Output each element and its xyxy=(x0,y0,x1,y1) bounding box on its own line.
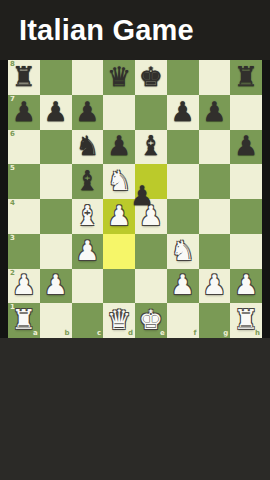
square-h1[interactable]: ♜h xyxy=(230,303,262,338)
black-pawn[interactable]: ♟ xyxy=(107,132,131,159)
square-b2[interactable]: ♟ xyxy=(40,269,72,304)
black-pawn[interactable]: ♟ xyxy=(202,98,226,125)
rank-label: 4 xyxy=(10,200,15,207)
black-pawn[interactable]: ♟ xyxy=(44,98,68,125)
square-d2[interactable] xyxy=(103,269,135,304)
file-label: b xyxy=(64,330,69,337)
square-c5[interactable]: ♝ xyxy=(72,164,104,199)
square-f8[interactable] xyxy=(167,60,199,95)
square-b8[interactable] xyxy=(40,60,72,95)
square-a3[interactable]: 3 xyxy=(8,234,40,269)
black-king[interactable]: ♚ xyxy=(139,63,163,90)
square-f6[interactable] xyxy=(167,130,199,165)
chess-board: ♜8♛♚♜♟7♟♟♟♟6♞♟♝♟5♝♞4♝♟♟3♟♞♟2♟♟♟♟♜1abc♛d♚… xyxy=(8,60,262,338)
square-g4[interactable] xyxy=(199,199,231,234)
square-c1[interactable]: c xyxy=(72,303,104,338)
black-pawn[interactable]: ♟ xyxy=(234,132,258,159)
square-e1[interactable]: ♚e xyxy=(135,303,167,338)
square-g6[interactable] xyxy=(199,130,231,165)
file-label: g xyxy=(223,330,228,337)
file-label: d xyxy=(128,330,133,337)
black-bishop[interactable]: ♝ xyxy=(75,167,99,194)
file-label: e xyxy=(160,330,165,337)
square-g3[interactable] xyxy=(199,234,231,269)
file-label: c xyxy=(97,330,101,337)
black-bishop[interactable]: ♝ xyxy=(139,132,163,159)
square-c2[interactable] xyxy=(72,269,104,304)
square-h7[interactable] xyxy=(230,95,262,130)
square-e3[interactable] xyxy=(135,234,167,269)
square-f5[interactable] xyxy=(167,164,199,199)
square-f7[interactable]: ♟ xyxy=(167,95,199,130)
white-pawn[interactable]: ♟ xyxy=(202,271,226,298)
white-knight[interactable]: ♞ xyxy=(171,237,195,264)
square-h3[interactable] xyxy=(230,234,262,269)
rank-label: 8 xyxy=(10,61,15,68)
white-pawn[interactable]: ♟ xyxy=(75,237,99,264)
white-pawn[interactable]: ♟ xyxy=(171,271,195,298)
square-f3[interactable]: ♞ xyxy=(167,234,199,269)
black-pawn: ♟ xyxy=(130,182,154,209)
square-a4[interactable]: 4 xyxy=(8,199,40,234)
board-area: ♜8♛♚♜♟7♟♟♟♟6♞♟♝♟5♝♞4♝♟♟3♟♞♟2♟♟♟♟♜1abc♛d♚… xyxy=(0,60,270,338)
square-g1[interactable]: g xyxy=(199,303,231,338)
page-title: Italian Game xyxy=(19,14,194,47)
black-pawn[interactable]: ♟ xyxy=(12,98,36,125)
square-h4[interactable] xyxy=(230,199,262,234)
square-a1[interactable]: ♜1a xyxy=(8,303,40,338)
black-rook[interactable]: ♜ xyxy=(12,63,36,90)
square-g7[interactable]: ♟ xyxy=(199,95,231,130)
black-pawn[interactable]: ♟ xyxy=(75,98,99,125)
square-h2[interactable]: ♟ xyxy=(230,269,262,304)
square-c6[interactable]: ♞ xyxy=(72,130,104,165)
square-f1[interactable]: f xyxy=(167,303,199,338)
square-d8[interactable]: ♛ xyxy=(103,60,135,95)
square-a2[interactable]: ♟2 xyxy=(8,269,40,304)
square-b4[interactable] xyxy=(40,199,72,234)
square-c7[interactable]: ♟ xyxy=(72,95,104,130)
square-a5[interactable]: 5 xyxy=(8,164,40,199)
square-g5[interactable] xyxy=(199,164,231,199)
file-label: f xyxy=(193,330,196,337)
rank-label: 7 xyxy=(10,96,15,103)
rank-label: 2 xyxy=(10,270,15,277)
title-bar: Italian Game xyxy=(0,0,270,60)
square-d3[interactable] xyxy=(103,234,135,269)
square-a8[interactable]: ♜8 xyxy=(8,60,40,95)
rank-label: 6 xyxy=(10,131,15,138)
square-h5[interactable] xyxy=(230,164,262,199)
square-e8[interactable]: ♚ xyxy=(135,60,167,95)
square-g2[interactable]: ♟ xyxy=(199,269,231,304)
black-pawn[interactable]: ♟ xyxy=(171,98,195,125)
square-f4[interactable] xyxy=(167,199,199,234)
black-rook[interactable]: ♜ xyxy=(234,63,258,90)
black-knight[interactable]: ♞ xyxy=(75,132,99,159)
square-c4[interactable]: ♝ xyxy=(72,199,104,234)
white-bishop[interactable]: ♝ xyxy=(75,202,99,229)
white-pawn[interactable]: ♟ xyxy=(234,271,258,298)
bottom-bar xyxy=(0,338,270,480)
square-e2[interactable] xyxy=(135,269,167,304)
square-b1[interactable]: b xyxy=(40,303,72,338)
square-f2[interactable]: ♟ xyxy=(167,269,199,304)
square-a6[interactable]: 6 xyxy=(8,130,40,165)
square-b6[interactable] xyxy=(40,130,72,165)
square-d7[interactable] xyxy=(103,95,135,130)
square-d1[interactable]: ♛d xyxy=(103,303,135,338)
square-c8[interactable] xyxy=(72,60,104,95)
file-label: a xyxy=(33,330,38,337)
square-e7[interactable] xyxy=(135,95,167,130)
square-b5[interactable] xyxy=(40,164,72,199)
white-pawn[interactable]: ♟ xyxy=(12,271,36,298)
square-a7[interactable]: ♟7 xyxy=(8,95,40,130)
square-h6[interactable]: ♟ xyxy=(230,130,262,165)
file-label: h xyxy=(255,330,260,337)
square-b3[interactable] xyxy=(40,234,72,269)
square-c3[interactable]: ♟ xyxy=(72,234,104,269)
square-d6[interactable]: ♟ xyxy=(103,130,135,165)
rank-label: 5 xyxy=(10,165,15,172)
black-queen[interactable]: ♛ xyxy=(107,63,131,90)
square-h8[interactable]: ♜ xyxy=(230,60,262,95)
square-b7[interactable]: ♟ xyxy=(40,95,72,130)
white-pawn[interactable]: ♟ xyxy=(44,271,68,298)
square-e6[interactable]: ♝ xyxy=(135,130,167,165)
square-g8[interactable] xyxy=(199,60,231,95)
black-pawn-moving[interactable]: ♟ xyxy=(126,178,158,214)
rank-label: 3 xyxy=(10,235,15,242)
rank-label: 1 xyxy=(10,304,15,311)
